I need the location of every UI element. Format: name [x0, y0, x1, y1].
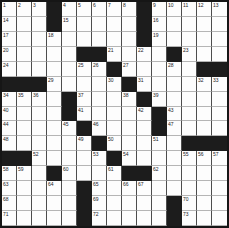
block-cell — [197, 136, 212, 151]
grid-cell[interactable] — [62, 77, 77, 92]
grid-cell[interactable]: 15 — [62, 17, 77, 32]
grid-cell[interactable]: 16 — [152, 17, 167, 32]
clue-number: 20 — [3, 47, 9, 53]
grid-cell[interactable]: 26 — [92, 62, 107, 77]
grid-cell[interactable]: 2 — [17, 2, 32, 17]
grid-cell[interactable]: 56 — [197, 151, 212, 166]
clue-number: 65 — [93, 181, 99, 187]
clue-number: 24 — [3, 62, 9, 68]
block-cell — [122, 77, 137, 92]
grid-cell[interactable] — [32, 196, 47, 211]
grid-cell[interactable] — [212, 121, 227, 136]
grid-cell[interactable]: 38 — [122, 92, 137, 107]
clue-number: 71 — [3, 211, 9, 217]
grid-cell[interactable] — [107, 196, 122, 211]
grid-cell[interactable]: 51 — [152, 136, 167, 151]
grid-cell[interactable] — [92, 32, 107, 47]
clue-number: 27 — [123, 62, 129, 68]
grid-cell[interactable] — [107, 211, 122, 226]
grid-cell[interactable] — [47, 136, 62, 151]
grid-cell[interactable]: 45 — [62, 121, 77, 136]
block-cell — [32, 77, 47, 92]
grid-cell[interactable] — [122, 47, 137, 62]
grid-cell[interactable] — [77, 17, 92, 32]
clue-number: 37 — [78, 92, 84, 98]
grid-cell[interactable]: 71 — [2, 211, 17, 226]
grid-cell[interactable] — [182, 17, 197, 32]
grid-cell[interactable] — [122, 136, 137, 151]
grid-cell[interactable] — [17, 17, 32, 32]
clue-number: 36 — [33, 92, 39, 98]
clue-number: 44 — [3, 121, 9, 127]
grid-cell[interactable] — [197, 32, 212, 47]
clue-number: 52 — [33, 151, 39, 157]
grid-cell[interactable]: 35 — [17, 92, 32, 107]
grid-cell[interactable] — [122, 196, 137, 211]
grid-cell[interactable] — [152, 151, 167, 166]
grid-cell[interactable] — [212, 32, 227, 47]
grid-cell[interactable]: 11 — [182, 2, 197, 17]
grid-cell[interactable] — [122, 17, 137, 32]
grid-cell[interactable] — [62, 211, 77, 226]
block-cell — [77, 196, 92, 211]
clue-number: 53 — [93, 151, 99, 157]
grid-cell[interactable] — [137, 211, 152, 226]
clue-number: 16 — [153, 17, 159, 23]
grid-cell[interactable]: 60 — [62, 166, 77, 181]
clue-number: 43 — [168, 107, 174, 113]
grid-cell[interactable] — [152, 196, 167, 211]
grid-cell[interactable]: 5 — [77, 2, 92, 17]
grid-cell[interactable] — [152, 77, 167, 92]
block-cell — [17, 151, 32, 166]
clue-number: 12 — [198, 2, 204, 8]
block-cell — [47, 17, 62, 32]
grid-cell[interactable]: 37 — [77, 92, 92, 107]
grid-cell[interactable]: 63 — [2, 181, 17, 196]
grid-cell[interactable] — [107, 32, 122, 47]
grid-cell[interactable] — [212, 17, 227, 32]
block-cell — [2, 77, 17, 92]
grid-cell[interactable]: 14 — [2, 17, 17, 32]
grid-cell[interactable] — [197, 92, 212, 107]
grid-cell[interactable] — [167, 92, 182, 107]
grid-cell[interactable] — [107, 92, 122, 107]
clue-number: 47 — [168, 121, 174, 127]
clue-number: 48 — [3, 136, 9, 142]
grid-cell[interactable]: 20 — [2, 47, 17, 62]
clue-number: 23 — [183, 47, 189, 53]
clue-number: 31 — [138, 77, 144, 83]
grid-cell[interactable] — [62, 196, 77, 211]
grid-cell[interactable] — [77, 166, 92, 181]
grid-cell[interactable] — [197, 107, 212, 122]
clue-number: 5 — [78, 2, 81, 8]
grid-cell[interactable]: 25 — [77, 62, 92, 77]
grid-cell[interactable] — [32, 32, 47, 47]
grid-cell[interactable]: 73 — [182, 211, 197, 226]
grid-cell[interactable] — [32, 121, 47, 136]
grid-cell[interactable] — [197, 196, 212, 211]
grid-cell[interactable]: 70 — [182, 196, 197, 211]
clue-number: 59 — [18, 166, 24, 172]
grid-cell[interactable]: 43 — [167, 107, 182, 122]
grid-cell[interactable]: 29 — [47, 77, 62, 92]
grid-cell[interactable]: 28 — [167, 62, 182, 77]
grid-cell[interactable] — [182, 92, 197, 107]
block-cell — [167, 211, 182, 226]
grid-cell[interactable] — [122, 32, 137, 47]
grid-cell[interactable]: 12 — [197, 2, 212, 17]
grid-cell[interactable] — [47, 107, 62, 122]
grid-cell[interactable] — [77, 77, 92, 92]
grid-cell[interactable] — [32, 62, 47, 77]
grid-cell[interactable] — [17, 211, 32, 226]
block-cell — [77, 211, 92, 226]
block-cell — [17, 77, 32, 92]
block-cell — [182, 136, 197, 151]
clue-number: 18 — [48, 32, 54, 38]
grid-cell[interactable]: 13 — [212, 2, 227, 17]
grid-cell[interactable] — [197, 47, 212, 62]
grid-cell[interactable] — [32, 17, 47, 32]
grid-cell[interactable] — [197, 181, 212, 196]
clue-number: 15 — [63, 17, 69, 23]
grid-cell[interactable] — [62, 181, 77, 196]
grid-cell[interactable]: 17 — [2, 32, 17, 47]
crossword-board: 1234567891011121314151617181920212223242… — [0, 0, 229, 228]
grid-cell[interactable]: 21 — [107, 47, 122, 62]
grid-cell[interactable] — [197, 121, 212, 136]
grid-cell[interactable]: 67 — [137, 181, 152, 196]
grid-cell[interactable] — [32, 136, 47, 151]
block-cell — [92, 136, 107, 151]
grid-cell[interactable] — [167, 136, 182, 151]
clue-number: 57 — [213, 151, 219, 157]
grid-cell[interactable] — [32, 107, 47, 122]
grid-cell[interactable]: 33 — [212, 77, 227, 92]
clue-number: 72 — [93, 211, 99, 217]
grid-cell[interactable] — [182, 107, 197, 122]
grid-cell[interactable] — [32, 166, 47, 181]
grid-cell[interactable] — [92, 92, 107, 107]
block-cell — [197, 62, 212, 77]
block-cell — [107, 62, 122, 77]
block-cell — [137, 166, 152, 181]
clue-number: 58 — [3, 166, 9, 172]
clue-number: 9 — [153, 2, 156, 8]
grid-cell[interactable] — [212, 47, 227, 62]
block-cell — [212, 62, 227, 77]
clue-number: 2 — [18, 2, 21, 8]
block-cell — [62, 107, 77, 122]
clue-number: 34 — [3, 92, 9, 98]
grid-cell[interactable] — [182, 32, 197, 47]
grid-cell[interactable]: 65 — [92, 181, 107, 196]
grid-cell[interactable]: 3 — [32, 2, 47, 17]
clue-number: 54 — [123, 151, 129, 157]
grid-cell[interactable] — [47, 121, 62, 136]
clue-number: 6 — [93, 2, 96, 8]
block-cell — [47, 166, 62, 181]
grid-cell[interactable]: 59 — [17, 166, 32, 181]
grid-cell[interactable]: 30 — [107, 77, 122, 92]
grid-cell[interactable]: 24 — [2, 62, 17, 77]
clue-number: 46 — [93, 121, 99, 127]
grid-cell[interactable]: 61 — [107, 166, 122, 181]
grid-cell[interactable]: 8 — [122, 2, 137, 17]
clue-number: 73 — [183, 211, 189, 217]
clue-number: 49 — [78, 136, 84, 142]
grid-cell[interactable] — [107, 107, 122, 122]
clue-number: 45 — [63, 121, 69, 127]
clue-number: 8 — [123, 2, 126, 8]
grid-cell[interactable] — [182, 121, 197, 136]
grid-cell[interactable] — [62, 62, 77, 77]
clue-number: 62 — [153, 166, 159, 172]
clue-number: 3 — [33, 2, 36, 8]
clue-number: 63 — [3, 181, 9, 187]
grid-cell[interactable]: 34 — [2, 92, 17, 107]
block-cell — [77, 47, 92, 62]
block-cell — [77, 121, 92, 136]
clue-number: 28 — [168, 62, 174, 68]
grid-cell[interactable] — [17, 196, 32, 211]
clue-number: 13 — [213, 2, 219, 8]
grid-cell[interactable]: 23 — [182, 47, 197, 62]
grid-cell[interactable] — [77, 151, 92, 166]
grid-cell[interactable] — [167, 17, 182, 32]
grid-cell[interactable]: 41 — [77, 107, 92, 122]
clue-number: 39 — [153, 92, 159, 98]
clue-number: 10 — [168, 2, 174, 8]
clue-number: 69 — [93, 196, 99, 202]
clue-number: 19 — [153, 32, 159, 38]
grid-cell[interactable]: 62 — [152, 166, 167, 181]
grid-cell[interactable]: 42 — [137, 107, 152, 122]
grid-cell[interactable] — [62, 151, 77, 166]
block-cell — [47, 2, 62, 17]
clue-number: 50 — [108, 136, 114, 142]
grid-cell[interactable]: 22 — [137, 47, 152, 62]
grid-cell[interactable] — [32, 47, 47, 62]
grid-cell[interactable] — [47, 62, 62, 77]
grid-cell[interactable]: 69 — [92, 196, 107, 211]
clue-number: 70 — [183, 196, 189, 202]
clue-number: 22 — [138, 47, 144, 53]
grid-cell[interactable] — [32, 211, 47, 226]
clue-number: 56 — [198, 151, 204, 157]
grid-cell[interactable]: 48 — [2, 136, 17, 151]
grid-cell[interactable]: 4 — [62, 2, 77, 17]
block-cell — [2, 151, 17, 166]
grid-cell[interactable] — [62, 47, 77, 62]
grid-cell[interactable] — [182, 62, 197, 77]
grid-cell[interactable] — [197, 211, 212, 226]
clue-number: 26 — [93, 62, 99, 68]
grid-cell[interactable] — [137, 136, 152, 151]
grid-cell[interactable] — [92, 107, 107, 122]
clue-number: 21 — [108, 47, 114, 53]
clue-number: 61 — [108, 166, 114, 172]
grid-cell[interactable] — [122, 107, 137, 122]
block-cell — [152, 107, 167, 122]
clue-number: 41 — [78, 107, 84, 113]
grid-cell[interactable] — [47, 211, 62, 226]
clue-number: 25 — [78, 62, 84, 68]
grid-cell[interactable] — [17, 181, 32, 196]
grid-cell[interactable]: 49 — [77, 136, 92, 151]
grid-cell[interactable] — [137, 151, 152, 166]
block-cell — [62, 92, 77, 107]
clue-number: 68 — [3, 196, 9, 202]
clue-number: 38 — [123, 92, 129, 98]
grid-cell[interactable]: 10 — [167, 2, 182, 17]
block-cell — [92, 47, 107, 62]
block-cell — [122, 166, 137, 181]
grid-cell[interactable] — [92, 166, 107, 181]
grid-cell[interactable] — [122, 211, 137, 226]
grid-cell[interactable]: 44 — [2, 121, 17, 136]
grid-cell[interactable]: 27 — [122, 62, 137, 77]
grid-cell[interactable] — [167, 151, 182, 166]
grid-cell[interactable]: 32 — [197, 77, 212, 92]
grid-cell[interactable]: 36 — [32, 92, 47, 107]
grid-cell[interactable]: 39 — [152, 92, 167, 107]
grid-cell[interactable]: 53 — [92, 151, 107, 166]
grid-cell[interactable]: 66 — [122, 181, 137, 196]
clue-number: 42 — [138, 107, 144, 113]
grid-cell[interactable] — [17, 62, 32, 77]
grid-cell[interactable] — [152, 211, 167, 226]
grid-cell[interactable] — [92, 17, 107, 32]
grid-cell[interactable] — [167, 181, 182, 196]
grid-cell[interactable]: 9 — [152, 2, 167, 17]
grid-cell[interactable] — [212, 196, 227, 211]
grid-cell[interactable] — [167, 77, 182, 92]
clue-number: 7 — [108, 2, 111, 8]
clue-number: 1 — [3, 2, 6, 8]
grid-cell[interactable] — [62, 136, 77, 151]
grid-cell[interactable] — [137, 62, 152, 77]
grid-cell[interactable] — [122, 121, 137, 136]
grid-cell[interactable] — [137, 121, 152, 136]
grid-cell[interactable] — [47, 196, 62, 211]
grid-cell[interactable] — [62, 32, 77, 47]
grid-cell[interactable] — [47, 92, 62, 107]
grid-cell[interactable] — [182, 77, 197, 92]
block-cell — [77, 181, 92, 196]
grid-cell[interactable] — [167, 32, 182, 47]
clue-number: 4 — [63, 2, 66, 8]
block-cell — [212, 136, 227, 151]
clue-number: 60 — [63, 166, 69, 172]
grid-cell[interactable]: 54 — [122, 151, 137, 166]
block-cell — [107, 151, 122, 166]
block-cell — [137, 32, 152, 47]
grid-cell[interactable]: 55 — [182, 151, 197, 166]
grid-cell[interactable] — [197, 17, 212, 32]
clue-number: 66 — [123, 181, 129, 187]
grid-cell[interactable] — [212, 181, 227, 196]
grid-cell[interactable] — [17, 32, 32, 47]
grid-cell[interactable] — [137, 196, 152, 211]
grid-cell[interactable] — [17, 121, 32, 136]
grid-cell[interactable]: 52 — [32, 151, 47, 166]
grid-cell[interactable]: 64 — [47, 181, 62, 196]
clue-number: 51 — [153, 136, 159, 142]
clue-number: 29 — [48, 77, 54, 83]
clue-number: 64 — [48, 181, 54, 187]
clue-number: 40 — [3, 107, 9, 113]
grid-cell[interactable] — [152, 181, 167, 196]
grid-cell[interactable] — [17, 136, 32, 151]
grid-cell[interactable]: 57 — [212, 151, 227, 166]
grid-cell[interactable] — [152, 47, 167, 62]
grid-cell[interactable] — [197, 166, 212, 181]
grid-cell[interactable]: 68 — [2, 196, 17, 211]
grid-cell[interactable] — [107, 181, 122, 196]
grid-cell[interactable]: 40 — [2, 107, 17, 122]
block-cell — [137, 17, 152, 32]
grid-cell[interactable] — [152, 62, 167, 77]
grid-cell[interactable] — [17, 107, 32, 122]
clue-number: 55 — [183, 151, 189, 157]
grid-cell[interactable]: 47 — [167, 121, 182, 136]
grid-cell[interactable] — [212, 107, 227, 122]
grid-cell[interactable]: 18 — [47, 32, 62, 47]
clue-number: 32 — [198, 77, 204, 83]
grid-cell[interactable] — [77, 32, 92, 47]
grid-cell[interactable] — [107, 121, 122, 136]
clue-number: 11 — [183, 2, 188, 8]
grid-cell[interactable] — [212, 211, 227, 226]
grid-cell[interactable]: 1 — [2, 2, 17, 17]
block-cell — [167, 47, 182, 62]
clue-number: 33 — [213, 77, 219, 83]
grid-cell[interactable] — [107, 17, 122, 32]
grid-cell[interactable] — [32, 181, 47, 196]
grid-cell[interactable] — [92, 77, 107, 92]
block-cell — [167, 196, 182, 211]
grid-cell[interactable]: 58 — [2, 166, 17, 181]
grid-cell[interactable]: 7 — [107, 2, 122, 17]
block-cell — [137, 2, 152, 17]
block-cell — [152, 121, 167, 136]
grid-cell[interactable]: 46 — [92, 121, 107, 136]
grid-cell[interactable] — [47, 151, 62, 166]
grid-cell[interactable] — [47, 47, 62, 62]
grid-cell[interactable] — [212, 92, 227, 107]
clue-number: 35 — [18, 92, 24, 98]
grid-cell[interactable]: 31 — [137, 77, 152, 92]
grid-cell[interactable]: 50 — [107, 136, 122, 151]
grid-cell[interactable] — [182, 166, 197, 181]
grid-cell[interactable]: 72 — [92, 211, 107, 226]
block-cell — [137, 92, 152, 107]
clue-number: 67 — [138, 181, 144, 187]
grid-cell[interactable]: 19 — [152, 32, 167, 47]
clue-number: 30 — [108, 77, 114, 83]
clue-number: 14 — [3, 17, 9, 23]
clue-number: 17 — [3, 32, 9, 38]
grid-cell[interactable] — [17, 47, 32, 62]
grid-cell[interactable] — [212, 166, 227, 181]
grid-cell[interactable] — [182, 181, 197, 196]
grid-cell[interactable] — [167, 166, 182, 181]
grid-cell[interactable]: 6 — [92, 2, 107, 17]
